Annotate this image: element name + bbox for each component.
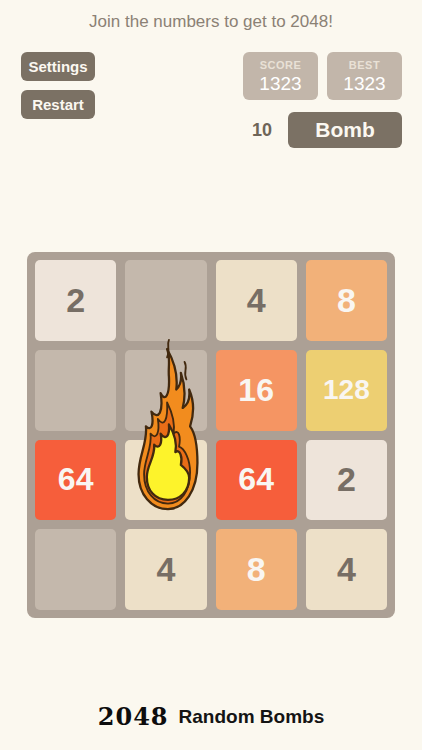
score-label: SCORE bbox=[243, 59, 318, 71]
tile-8: 8 bbox=[216, 529, 297, 610]
tile-4: 4 bbox=[306, 529, 387, 610]
settings-button[interactable]: Settings bbox=[21, 52, 95, 81]
cell-empty bbox=[125, 350, 206, 431]
cell-empty bbox=[125, 440, 206, 521]
restart-button[interactable]: Restart bbox=[21, 90, 95, 119]
tile-2: 2 bbox=[306, 440, 387, 521]
app-name: Random Bombs bbox=[179, 706, 325, 728]
tile-2: 2 bbox=[35, 260, 116, 341]
game-board[interactable]: 2481612864642484 bbox=[27, 252, 395, 618]
tile-16: 16 bbox=[216, 350, 297, 431]
cell-empty bbox=[125, 260, 206, 341]
best-box: BEST 1323 bbox=[327, 52, 402, 100]
tile-128: 128 bbox=[306, 350, 387, 431]
logo-2048: 2048 bbox=[98, 702, 169, 731]
tile-4: 4 bbox=[125, 529, 206, 610]
cell-empty bbox=[35, 350, 116, 431]
best-label: BEST bbox=[327, 59, 402, 71]
tile-4: 4 bbox=[216, 260, 297, 341]
tile-64: 64 bbox=[35, 440, 116, 521]
bomb-button[interactable]: Bomb bbox=[288, 112, 402, 148]
tile-64: 64 bbox=[216, 440, 297, 521]
score-box: SCORE 1323 bbox=[243, 52, 318, 100]
best-value: 1323 bbox=[327, 73, 402, 95]
score-value: 1323 bbox=[243, 73, 318, 95]
tile-8: 8 bbox=[306, 260, 387, 341]
cell-empty bbox=[35, 529, 116, 610]
app-branding: 2048 Random Bombs bbox=[0, 702, 422, 731]
tagline: Join the numbers to get to 2048! bbox=[0, 12, 422, 32]
bomb-count: 10 bbox=[240, 115, 284, 145]
